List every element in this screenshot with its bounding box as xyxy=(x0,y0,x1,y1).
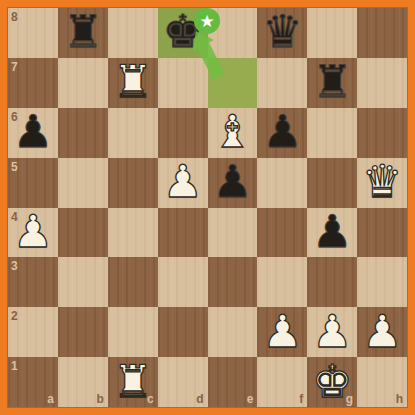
square-e1[interactable]: e xyxy=(208,357,258,407)
square-f5[interactable] xyxy=(257,158,307,208)
square-c7[interactable]: ♜ xyxy=(108,58,158,108)
square-b3[interactable] xyxy=(58,257,108,307)
square-g6[interactable] xyxy=(307,108,357,158)
square-f8[interactable]: ♛ xyxy=(257,8,307,58)
square-f7[interactable] xyxy=(257,58,307,108)
square-f2[interactable]: ♟ xyxy=(257,307,307,357)
file-label-g: g xyxy=(346,393,353,405)
piece-white-pawn[interactable]: ♟ xyxy=(162,159,202,204)
file-label-a: a xyxy=(47,393,54,405)
square-b2[interactable] xyxy=(58,307,108,357)
square-c3[interactable] xyxy=(108,257,158,307)
square-e2[interactable] xyxy=(208,307,258,357)
square-b1[interactable]: b xyxy=(58,357,108,407)
square-h7[interactable] xyxy=(357,58,407,108)
square-g8[interactable] xyxy=(307,8,357,58)
piece-black-rook[interactable]: ♜ xyxy=(312,59,352,104)
rank-label-6: 6 xyxy=(11,111,18,123)
piece-black-queen[interactable]: ♛ xyxy=(262,9,302,54)
square-f1[interactable]: f xyxy=(257,357,307,407)
square-e4[interactable] xyxy=(208,208,258,258)
square-d8[interactable]: ♚ xyxy=(158,8,208,58)
square-g4[interactable]: ♟ xyxy=(307,208,357,258)
square-a2[interactable]: 2 xyxy=(8,307,58,357)
square-d6[interactable] xyxy=(158,108,208,158)
square-h8[interactable] xyxy=(357,8,407,58)
square-d2[interactable] xyxy=(158,307,208,357)
square-c4[interactable] xyxy=(108,208,158,258)
piece-white-pawn[interactable]: ♟ xyxy=(13,209,53,254)
square-d4[interactable] xyxy=(158,208,208,258)
rank-label-4: 4 xyxy=(11,211,18,223)
rank-label-7: 7 xyxy=(11,61,18,73)
piece-white-queen[interactable]: ♛ xyxy=(362,159,402,204)
piece-black-pawn[interactable]: ♟ xyxy=(262,109,302,154)
rank-label-1: 1 xyxy=(11,360,18,372)
file-label-h: h xyxy=(396,393,403,405)
square-c8[interactable] xyxy=(108,8,158,58)
file-label-d: d xyxy=(196,393,203,405)
piece-black-rook[interactable]: ♜ xyxy=(63,9,103,54)
file-label-c: c xyxy=(147,393,154,405)
square-b8[interactable]: ♜ xyxy=(58,8,108,58)
square-g7[interactable]: ♜ xyxy=(307,58,357,108)
square-d7[interactable] xyxy=(158,58,208,108)
square-g2[interactable]: ♟ xyxy=(307,307,357,357)
square-g3[interactable] xyxy=(307,257,357,307)
square-h6[interactable] xyxy=(357,108,407,158)
square-e8[interactable] xyxy=(208,8,258,58)
square-b6[interactable] xyxy=(58,108,108,158)
square-f4[interactable] xyxy=(257,208,307,258)
square-a3[interactable]: 3 xyxy=(8,257,58,307)
square-f6[interactable]: ♟ xyxy=(257,108,307,158)
square-c6[interactable] xyxy=(108,108,158,158)
piece-white-bishop[interactable]: ♝ xyxy=(212,109,252,154)
piece-white-rook[interactable]: ♜ xyxy=(113,59,153,104)
square-a5[interactable]: 5 xyxy=(8,158,58,208)
square-d5[interactable]: ♟ xyxy=(158,158,208,208)
piece-black-pawn[interactable]: ♟ xyxy=(13,109,53,154)
board-frame: 8♜♚♛7♜♜♟6♝♟5♟♟♛♟4♟32♟♟♟1ab♜cdef♚gh ★ xyxy=(0,0,415,415)
rank-label-5: 5 xyxy=(11,161,18,173)
square-a4[interactable]: ♟4 xyxy=(8,208,58,258)
square-a6[interactable]: ♟6 xyxy=(8,108,58,158)
chess-board: 8♜♚♛7♜♜♟6♝♟5♟♟♛♟4♟32♟♟♟1ab♜cdef♚gh xyxy=(8,8,407,407)
rank-label-3: 3 xyxy=(11,260,18,272)
piece-black-pawn[interactable]: ♟ xyxy=(312,209,352,254)
square-b5[interactable] xyxy=(58,158,108,208)
square-c1[interactable]: ♜c xyxy=(108,357,158,407)
square-h1[interactable]: h xyxy=(357,357,407,407)
square-h5[interactable]: ♛ xyxy=(357,158,407,208)
square-h4[interactable] xyxy=(357,208,407,258)
piece-black-pawn[interactable]: ♟ xyxy=(212,159,252,204)
piece-black-king[interactable]: ♚ xyxy=(162,9,202,54)
square-h2[interactable]: ♟ xyxy=(357,307,407,357)
square-d3[interactable] xyxy=(158,257,208,307)
square-g5[interactable] xyxy=(307,158,357,208)
file-label-e: e xyxy=(247,393,254,405)
square-c2[interactable] xyxy=(108,307,158,357)
square-e3[interactable] xyxy=(208,257,258,307)
file-label-b: b xyxy=(96,393,103,405)
rank-label-8: 8 xyxy=(11,11,18,23)
square-e7[interactable] xyxy=(208,58,258,108)
square-a1[interactable]: 1a xyxy=(8,357,58,407)
square-b7[interactable] xyxy=(58,58,108,108)
file-label-f: f xyxy=(299,393,303,405)
square-e5[interactable]: ♟ xyxy=(208,158,258,208)
square-a7[interactable]: 7 xyxy=(8,58,58,108)
rank-label-2: 2 xyxy=(11,310,18,322)
square-h3[interactable] xyxy=(357,257,407,307)
square-f3[interactable] xyxy=(257,257,307,307)
piece-white-pawn[interactable]: ♟ xyxy=(262,309,302,354)
piece-white-pawn[interactable]: ♟ xyxy=(362,309,402,354)
square-g1[interactable]: ♚g xyxy=(307,357,357,407)
piece-white-pawn[interactable]: ♟ xyxy=(312,309,352,354)
square-e6[interactable]: ♝ xyxy=(208,108,258,158)
square-a8[interactable]: 8 xyxy=(8,8,58,58)
square-d1[interactable]: d xyxy=(158,357,208,407)
square-c5[interactable] xyxy=(108,158,158,208)
square-b4[interactable] xyxy=(58,208,108,258)
